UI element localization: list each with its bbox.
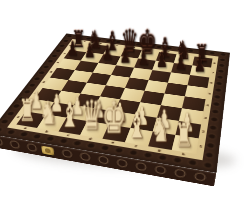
piece-white-bishop: ♝ bbox=[127, 108, 147, 143]
piece-white-rook: ♜ bbox=[175, 119, 193, 152]
piece-white-knight: ♞ bbox=[151, 114, 170, 147]
square-e5 bbox=[125, 78, 149, 91]
chess-board: abcdefgh abcdefgh 87654321 87654321 ♜♞♝♛… bbox=[0, 33, 230, 173]
square-g5 bbox=[165, 83, 188, 97]
rank-label-2: 2 bbox=[199, 124, 208, 139]
square-f1: ♝ bbox=[125, 128, 153, 146]
square-h1: ♜ bbox=[172, 135, 199, 154]
square-g7: ♟ bbox=[171, 63, 192, 75]
piece-black-pawn: ♟ bbox=[138, 48, 149, 69]
piece-black-pawn: ♟ bbox=[67, 39, 78, 59]
piece-black-pawn: ♟ bbox=[84, 41, 95, 61]
piece-black-pawn: ♟ bbox=[156, 50, 168, 71]
square-h7: ♟ bbox=[190, 65, 211, 77]
piece-white-knight: ♞ bbox=[39, 97, 57, 129]
piece-black-pawn: ♟ bbox=[120, 46, 131, 66]
product-photo-scene: abcdefgh abcdefgh 87654321 87654321 ♜♞♝♛… bbox=[0, 0, 250, 208]
piece-white-bishop: ♝ bbox=[60, 98, 79, 132]
square-f5 bbox=[145, 80, 168, 93]
piece-black-pawn: ♟ bbox=[194, 55, 206, 76]
square-d6 bbox=[111, 65, 134, 77]
piece-black-pawn: ♟ bbox=[175, 52, 187, 73]
piece-white-queen: ♛ bbox=[80, 96, 103, 137]
brass-clasp-icon bbox=[41, 146, 54, 156]
rank-label-3: 3 bbox=[201, 111, 210, 125]
squares-grid: ♜♞♝♛♚♝♞♜♟♟♟♟♟♟♟♟♟♟♟♟♟♟♟♟♜♞♝♛♚♝♞♜ bbox=[16, 42, 212, 154]
piece-white-king: ♚ bbox=[102, 95, 127, 139]
piece-black-pawn: ♟ bbox=[102, 44, 113, 64]
piece-white-rook: ♜ bbox=[19, 95, 36, 125]
